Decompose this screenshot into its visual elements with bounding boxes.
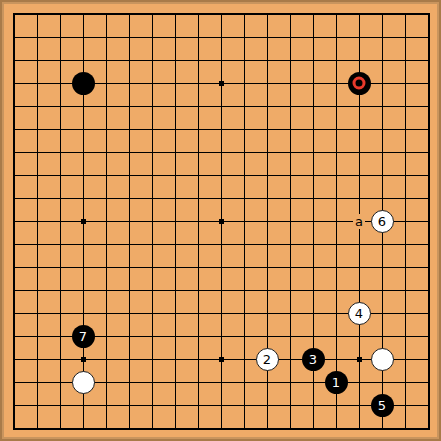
stone-white-R10: 6 [371,210,394,233]
label-a: a [348,210,371,233]
star-point-10-4 [210,72,233,95]
star-point-10-16 [210,348,233,371]
stone-white-M4: 2 [256,348,279,371]
star-point-dot [219,357,224,362]
stone-black-Q16 [348,72,371,95]
star-point-dot [219,219,224,224]
star-point-dot [357,357,362,362]
move-number: 3 [309,353,317,366]
stone-white-D3 [72,371,95,394]
point-R4 [371,348,394,371]
star-point-4-16 [72,348,95,371]
stone-white-Q6: 4 [348,302,371,325]
star-point-10-10 [210,210,233,233]
stone-black-R2: 5 [371,394,394,417]
circle-marker [353,77,366,90]
point-O4: 3 [302,348,325,371]
move-number: 6 [378,215,386,228]
star-point-16-16 [348,348,371,371]
stone-black-D5: 7 [72,325,95,348]
point-D16 [72,72,95,95]
point-R10: 6 [371,210,394,233]
point-D5: 7 [72,325,95,348]
point-D3 [72,371,95,394]
star-point-dot [219,81,224,86]
stone-white-R4 [371,348,394,371]
point-Q16 [348,72,371,95]
move-number: 2 [263,353,271,366]
board-grid: a6472315 [3,3,440,440]
point-M4: 2 [256,348,279,371]
label-a-text: a [353,214,365,229]
point-Q6: 4 [348,302,371,325]
stone-black-D16 [72,72,95,95]
star-point-dot [81,219,86,224]
point-R2: 5 [371,394,394,417]
move-number: 7 [79,330,87,343]
star-point-dot [81,357,86,362]
stone-black-O4: 3 [302,348,325,371]
move-number: 5 [378,399,386,412]
point-P3: 1 [325,371,348,394]
move-number: 4 [355,307,363,320]
stone-black-P3: 1 [325,371,348,394]
go-board: a6472315 [0,0,441,441]
move-number: 1 [332,376,340,389]
star-point-4-10 [72,210,95,233]
